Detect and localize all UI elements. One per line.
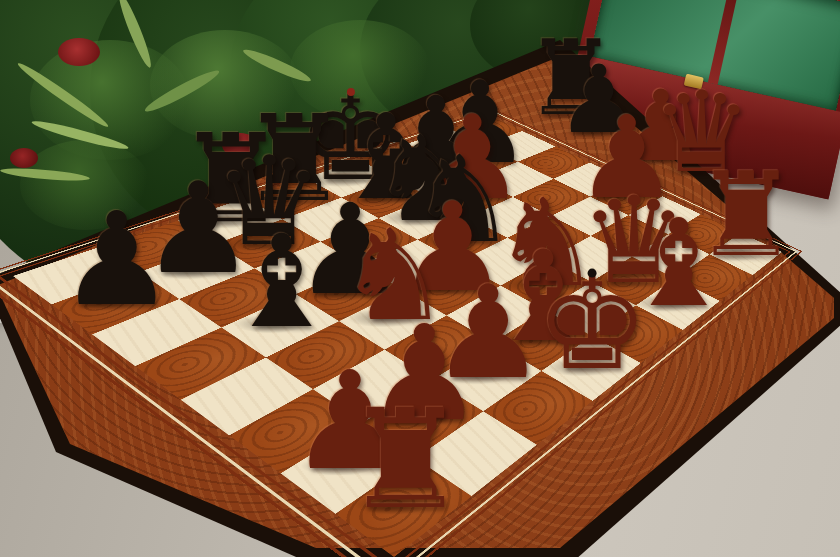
piece-layer: ♜♟♟♟♛♚♟♟♟♝♜♞♜♞♛♜♟♛♞♟♟♟♝♞♝♝♚♟♟♟♜ [0,0,840,557]
black-pawn-a7[interactable]: ♟ [59,195,175,324]
red-king-d1[interactable]: ♚ [536,262,649,388]
red-king-finial [588,269,597,278]
black-bishop-b5[interactable]: ♝ [224,218,339,346]
photo-scene: ♜♟♟♟♛♚♟♟♟♝♜♞♜♞♛♜♟♛♞♟♟♟♝♞♝♝♚♟♟♟♜ [0,0,840,557]
red-rook-a1[interactable]: ♜ [344,391,467,528]
